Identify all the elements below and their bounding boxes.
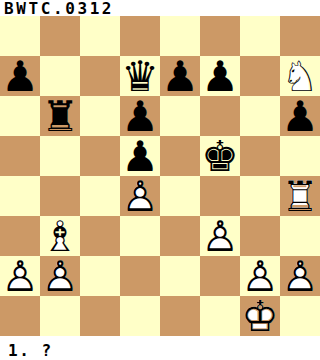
- piece-black-pawn[interactable]: ♟: [0, 56, 40, 96]
- piece-glyph-outline: ♔: [240, 296, 280, 336]
- piece-glyph-outline: ♗: [40, 216, 80, 256]
- square-h8[interactable]: [280, 16, 320, 56]
- square-d6[interactable]: ♟: [120, 96, 160, 136]
- square-b3[interactable]: ♝♗: [40, 216, 80, 256]
- piece-glyph-outline: ♙: [240, 256, 280, 296]
- piece-white-pawn[interactable]: ♟♙: [40, 256, 80, 296]
- square-g4[interactable]: [240, 176, 280, 216]
- piece-white-pawn[interactable]: ♟♙: [200, 216, 240, 256]
- piece-black-pawn[interactable]: ♟: [120, 96, 160, 136]
- piece-glyph-fill: ♟: [160, 56, 200, 96]
- piece-glyph-outline: ♙: [200, 216, 240, 256]
- square-f5[interactable]: ♚: [200, 136, 240, 176]
- piece-glyph-fill: ♜: [40, 96, 80, 136]
- piece-black-pawn[interactable]: ♟: [280, 96, 320, 136]
- square-c5[interactable]: [80, 136, 120, 176]
- square-a2[interactable]: ♟♙: [0, 256, 40, 296]
- square-d5[interactable]: ♟: [120, 136, 160, 176]
- square-c2[interactable]: [80, 256, 120, 296]
- square-f8[interactable]: [200, 16, 240, 56]
- square-h1[interactable]: [280, 296, 320, 336]
- square-e7[interactable]: ♟: [160, 56, 200, 96]
- square-b4[interactable]: [40, 176, 80, 216]
- piece-black-pawn[interactable]: ♟: [200, 56, 240, 96]
- square-b6[interactable]: ♜: [40, 96, 80, 136]
- square-e4[interactable]: [160, 176, 200, 216]
- square-a6[interactable]: [0, 96, 40, 136]
- square-f6[interactable]: [200, 96, 240, 136]
- square-b8[interactable]: [40, 16, 80, 56]
- square-h5[interactable]: [280, 136, 320, 176]
- square-h4[interactable]: ♜♖: [280, 176, 320, 216]
- square-g3[interactable]: [240, 216, 280, 256]
- square-b7[interactable]: [40, 56, 80, 96]
- piece-white-rook[interactable]: ♜♖: [280, 176, 320, 216]
- square-f3[interactable]: ♟♙: [200, 216, 240, 256]
- square-f7[interactable]: ♟: [200, 56, 240, 96]
- piece-glyph-outline: ♙: [120, 176, 160, 216]
- square-f2[interactable]: [200, 256, 240, 296]
- puzzle-id: BWTC.0312: [0, 0, 320, 16]
- square-a5[interactable]: [0, 136, 40, 176]
- chess-board: ♟♛♟♟♞♘♜♟♟♟♚♟♙♜♖♝♗♟♙♟♙♟♙♟♙♟♙♚♔: [0, 16, 320, 336]
- square-c6[interactable]: [80, 96, 120, 136]
- square-c8[interactable]: [80, 16, 120, 56]
- square-b2[interactable]: ♟♙: [40, 256, 80, 296]
- square-d4[interactable]: ♟♙: [120, 176, 160, 216]
- piece-white-bishop[interactable]: ♝♗: [40, 216, 80, 256]
- square-g5[interactable]: [240, 136, 280, 176]
- piece-glyph-fill: ♟: [280, 96, 320, 136]
- square-d7[interactable]: ♛: [120, 56, 160, 96]
- piece-glyph-fill: ♟: [0, 56, 40, 96]
- piece-glyph-outline: ♙: [0, 256, 40, 296]
- square-e3[interactable]: [160, 216, 200, 256]
- square-c4[interactable]: [80, 176, 120, 216]
- square-g8[interactable]: [240, 16, 280, 56]
- square-h2[interactable]: ♟♙: [280, 256, 320, 296]
- square-e1[interactable]: [160, 296, 200, 336]
- square-d3[interactable]: [120, 216, 160, 256]
- square-d2[interactable]: [120, 256, 160, 296]
- square-g7[interactable]: [240, 56, 280, 96]
- square-e2[interactable]: [160, 256, 200, 296]
- piece-glyph-fill: ♚: [200, 136, 240, 176]
- square-b5[interactable]: [40, 136, 80, 176]
- piece-glyph-fill: ♟: [200, 56, 240, 96]
- square-a3[interactable]: [0, 216, 40, 256]
- square-h3[interactable]: [280, 216, 320, 256]
- piece-black-pawn[interactable]: ♟: [160, 56, 200, 96]
- square-g2[interactable]: ♟♙: [240, 256, 280, 296]
- square-f1[interactable]: [200, 296, 240, 336]
- square-e5[interactable]: [160, 136, 200, 176]
- square-c1[interactable]: [80, 296, 120, 336]
- square-h6[interactable]: ♟: [280, 96, 320, 136]
- square-e6[interactable]: [160, 96, 200, 136]
- square-g6[interactable]: [240, 96, 280, 136]
- square-d8[interactable]: [120, 16, 160, 56]
- square-f4[interactable]: [200, 176, 240, 216]
- piece-black-pawn[interactable]: ♟: [120, 136, 160, 176]
- piece-white-pawn[interactable]: ♟♙: [240, 256, 280, 296]
- piece-glyph-fill: ♛: [120, 56, 160, 96]
- square-c3[interactable]: [80, 216, 120, 256]
- piece-black-king[interactable]: ♚: [200, 136, 240, 176]
- piece-glyph-outline: ♘: [280, 56, 320, 96]
- square-h7[interactable]: ♞♘: [280, 56, 320, 96]
- square-d1[interactable]: [120, 296, 160, 336]
- piece-glyph-fill: ♟: [120, 136, 160, 176]
- piece-white-pawn[interactable]: ♟♙: [280, 256, 320, 296]
- piece-white-pawn[interactable]: ♟♙: [120, 176, 160, 216]
- piece-white-knight[interactable]: ♞♘: [280, 56, 320, 96]
- piece-glyph-outline: ♖: [280, 176, 320, 216]
- piece-glyph-outline: ♙: [280, 256, 320, 296]
- piece-glyph-fill: ♟: [120, 96, 160, 136]
- square-a4[interactable]: [0, 176, 40, 216]
- piece-black-rook[interactable]: ♜: [40, 96, 80, 136]
- piece-white-king[interactable]: ♚♔: [240, 296, 280, 336]
- piece-black-queen[interactable]: ♛: [120, 56, 160, 96]
- square-e8[interactable]: [160, 16, 200, 56]
- piece-glyph-outline: ♙: [40, 256, 80, 296]
- square-g1[interactable]: ♚♔: [240, 296, 280, 336]
- square-a1[interactable]: [0, 296, 40, 336]
- square-a8[interactable]: [0, 16, 40, 56]
- square-a7[interactable]: ♟: [0, 56, 40, 96]
- square-c7[interactable]: [80, 56, 120, 96]
- piece-white-pawn[interactable]: ♟♙: [0, 256, 40, 296]
- square-b1[interactable]: [40, 296, 80, 336]
